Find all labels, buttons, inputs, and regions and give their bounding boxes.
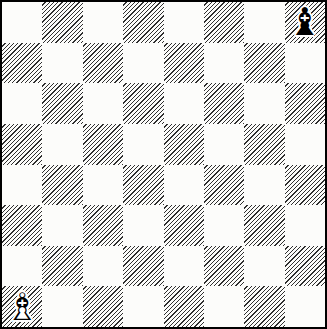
square-c7[interactable] (83, 43, 123, 84)
square-f3[interactable] (204, 205, 244, 246)
square-a1[interactable]: ♝♗ (2, 286, 42, 327)
square-g6[interactable] (244, 83, 284, 124)
square-d3[interactable] (123, 205, 163, 246)
square-e3[interactable] (164, 205, 204, 246)
square-c6[interactable] (83, 83, 123, 124)
piece-glyph: ♝ (288, 3, 322, 41)
square-a6[interactable] (2, 83, 42, 124)
square-d8[interactable] (123, 2, 163, 43)
square-b4[interactable] (42, 165, 82, 206)
square-d5[interactable] (123, 124, 163, 165)
square-a4[interactable] (2, 165, 42, 206)
square-g8[interactable] (244, 2, 284, 43)
square-f6[interactable] (204, 83, 244, 124)
square-e5[interactable] (164, 124, 204, 165)
square-h3[interactable] (285, 205, 325, 246)
square-h2[interactable] (285, 246, 325, 287)
chessboard: ♝♝♝♗ (0, 0, 327, 329)
square-g7[interactable] (244, 43, 284, 84)
square-f5[interactable] (204, 124, 244, 165)
square-d2[interactable] (123, 246, 163, 287)
square-b1[interactable] (42, 286, 82, 327)
square-g5[interactable] (244, 124, 284, 165)
square-c5[interactable] (83, 124, 123, 165)
square-f2[interactable] (204, 246, 244, 287)
square-d1[interactable] (123, 286, 163, 327)
square-f8[interactable] (204, 2, 244, 43)
square-g2[interactable] (244, 246, 284, 287)
square-f1[interactable] (204, 286, 244, 327)
square-e6[interactable] (164, 83, 204, 124)
square-e4[interactable] (164, 165, 204, 206)
square-h7[interactable] (285, 43, 325, 84)
square-e1[interactable] (164, 286, 204, 327)
square-e2[interactable] (164, 246, 204, 287)
square-h5[interactable] (285, 124, 325, 165)
square-a7[interactable] (2, 43, 42, 84)
square-d4[interactable] (123, 165, 163, 206)
black-bishop[interactable]: ♝♝ (285, 2, 325, 43)
square-b6[interactable] (42, 83, 82, 124)
square-e8[interactable] (164, 2, 204, 43)
square-d6[interactable] (123, 83, 163, 124)
square-c2[interactable] (83, 246, 123, 287)
square-b8[interactable] (42, 2, 82, 43)
square-b7[interactable] (42, 43, 82, 84)
square-c1[interactable] (83, 286, 123, 327)
square-a3[interactable] (2, 205, 42, 246)
piece-glyph: ♗ (5, 288, 39, 326)
square-g3[interactable] (244, 205, 284, 246)
square-b3[interactable] (42, 205, 82, 246)
square-a2[interactable] (2, 246, 42, 287)
square-b5[interactable] (42, 124, 82, 165)
square-h4[interactable] (285, 165, 325, 206)
square-c3[interactable] (83, 205, 123, 246)
square-a8[interactable] (2, 2, 42, 43)
square-g4[interactable] (244, 165, 284, 206)
square-a5[interactable] (2, 124, 42, 165)
square-h8[interactable]: ♝♝ (285, 2, 325, 43)
square-h1[interactable] (285, 286, 325, 327)
square-c8[interactable] (83, 2, 123, 43)
square-d7[interactable] (123, 43, 163, 84)
white-bishop[interactable]: ♝♗ (2, 286, 42, 327)
square-h6[interactable] (285, 83, 325, 124)
square-b2[interactable] (42, 246, 82, 287)
square-c4[interactable] (83, 165, 123, 206)
square-g1[interactable] (244, 286, 284, 327)
square-f4[interactable] (204, 165, 244, 206)
square-e7[interactable] (164, 43, 204, 84)
square-f7[interactable] (204, 43, 244, 84)
